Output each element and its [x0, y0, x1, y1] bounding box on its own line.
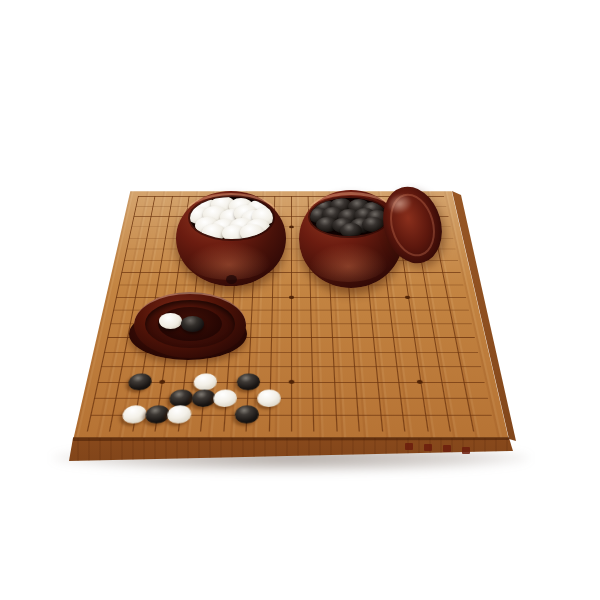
go-set-photo [0, 0, 600, 600]
stone-black [234, 405, 259, 423]
stone-black [127, 374, 153, 391]
board-shadow [52, 444, 530, 472]
stone-white [213, 389, 238, 407]
hoshi-point [405, 295, 410, 298]
stone-dish [134, 292, 246, 358]
stone-black [236, 374, 260, 391]
dish-stone-white [159, 313, 182, 329]
dish-stone-black [181, 316, 204, 332]
white-bowl-knot [226, 275, 237, 284]
hoshi-point [159, 380, 165, 384]
stone-white [166, 405, 192, 423]
black-bowl-sheen [309, 243, 388, 282]
stone-black [191, 389, 216, 407]
hoshi-point [288, 295, 293, 298]
hoshi-point [417, 380, 423, 384]
hoshi-point [289, 225, 294, 228]
white-stone-bowl [176, 191, 286, 286]
hoshi-point [288, 380, 294, 384]
stone-white [257, 389, 281, 407]
stone-white [192, 374, 217, 391]
bowl-stone-black [340, 223, 362, 236]
stone-black [169, 389, 195, 407]
white-bowl-mouth [190, 197, 273, 239]
